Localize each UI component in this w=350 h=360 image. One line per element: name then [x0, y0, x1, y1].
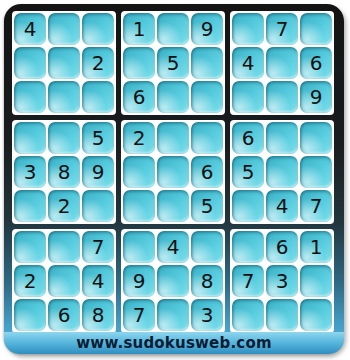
sudoku-cell[interactable]: [123, 156, 155, 188]
sudoku-cell[interactable]: [232, 231, 264, 263]
sudoku-cell[interactable]: [266, 81, 298, 113]
sudoku-cell[interactable]: [14, 299, 46, 331]
sudoku-cell[interactable]: [266, 299, 298, 331]
sudoku-cell[interactable]: [266, 122, 298, 154]
footer-band: www.sudokusweb.com: [4, 332, 344, 354]
sudoku-cell[interactable]: 7: [232, 265, 264, 297]
sudoku-cell[interactable]: 2: [14, 265, 46, 297]
sudoku-cell[interactable]: [48, 81, 80, 113]
sudoku-cell[interactable]: 4: [157, 231, 189, 263]
sudoku-cell[interactable]: 7: [300, 190, 332, 222]
sudoku-cell[interactable]: 2: [82, 47, 114, 79]
sudoku-cell[interactable]: [266, 47, 298, 79]
sudoku-cell[interactable]: [266, 156, 298, 188]
sudoku-cell[interactable]: [232, 299, 264, 331]
sudoku-box: 53892: [12, 120, 116, 224]
sudoku-board: 421956746953892265654772468498736173: [12, 11, 334, 333]
sudoku-cell[interactable]: 6: [123, 81, 155, 113]
sudoku-cell[interactable]: 4: [232, 47, 264, 79]
sudoku-box: 49873: [121, 229, 225, 333]
sudoku-cell[interactable]: [157, 190, 189, 222]
sudoku-cell[interactable]: 5: [82, 122, 114, 154]
sudoku-cell[interactable]: [191, 122, 223, 154]
sudoku-cell[interactable]: 9: [123, 265, 155, 297]
sudoku-cell[interactable]: 3: [14, 156, 46, 188]
sudoku-cell[interactable]: 7: [123, 299, 155, 331]
sudoku-cell[interactable]: [48, 13, 80, 45]
footer-link[interactable]: www.sudokusweb.com: [76, 334, 271, 352]
sudoku-cell[interactable]: 1: [123, 13, 155, 45]
sudoku-cell[interactable]: 2: [123, 122, 155, 154]
sudoku-cell[interactable]: [300, 299, 332, 331]
sudoku-cell[interactable]: [123, 190, 155, 222]
sudoku-cell[interactable]: [14, 47, 46, 79]
sudoku-cell[interactable]: [157, 81, 189, 113]
sudoku-cell[interactable]: 4: [266, 190, 298, 222]
sudoku-cell[interactable]: [82, 13, 114, 45]
sudoku-cell[interactable]: 3: [191, 299, 223, 331]
sudoku-box: 1956: [121, 11, 225, 115]
sudoku-cell[interactable]: [157, 122, 189, 154]
sudoku-cell[interactable]: [48, 47, 80, 79]
sudoku-cell[interactable]: [300, 265, 332, 297]
sudoku-box: 7469: [230, 11, 334, 115]
sudoku-cell[interactable]: 6: [48, 299, 80, 331]
sudoku-cell[interactable]: [48, 122, 80, 154]
sudoku-cell[interactable]: 5: [191, 190, 223, 222]
sudoku-cell[interactable]: 4: [14, 13, 46, 45]
sudoku-cell[interactable]: 1: [300, 231, 332, 263]
sudoku-box: 72468: [12, 229, 116, 333]
sudoku-cell[interactable]: 8: [48, 156, 80, 188]
sudoku-cell[interactable]: 6: [232, 122, 264, 154]
sudoku-cell[interactable]: 6: [191, 156, 223, 188]
sudoku-cell[interactable]: [82, 81, 114, 113]
sudoku-cell[interactable]: 5: [232, 156, 264, 188]
sudoku-cell[interactable]: [14, 81, 46, 113]
sudoku-box: 265: [121, 120, 225, 224]
sudoku-cell[interactable]: 6: [266, 231, 298, 263]
sudoku-cell[interactable]: [14, 231, 46, 263]
sudoku-cell[interactable]: 6: [300, 47, 332, 79]
sudoku-cell[interactable]: [14, 190, 46, 222]
sudoku-cell[interactable]: 9: [300, 81, 332, 113]
sudoku-cell[interactable]: [232, 81, 264, 113]
sudoku-cell[interactable]: [48, 231, 80, 263]
sudoku-cell[interactable]: 9: [82, 156, 114, 188]
sudoku-cell[interactable]: [191, 231, 223, 263]
sudoku-cell[interactable]: 7: [82, 231, 114, 263]
sudoku-cell[interactable]: 3: [266, 265, 298, 297]
sudoku-cell[interactable]: [14, 122, 46, 154]
sudoku-cell[interactable]: 8: [82, 299, 114, 331]
sudoku-cell[interactable]: [191, 81, 223, 113]
sudoku-cell[interactable]: [232, 13, 264, 45]
sudoku-cell[interactable]: [48, 265, 80, 297]
sudoku-cell[interactable]: [82, 190, 114, 222]
sudoku-cell[interactable]: [157, 265, 189, 297]
sudoku-cell[interactable]: 7: [266, 13, 298, 45]
sudoku-cell[interactable]: [123, 47, 155, 79]
sudoku-cell[interactable]: [191, 47, 223, 79]
sudoku-cell[interactable]: [300, 13, 332, 45]
sudoku-cell[interactable]: [300, 156, 332, 188]
sudoku-cell[interactable]: [157, 156, 189, 188]
sudoku-box: 6547: [230, 120, 334, 224]
sudoku-cell[interactable]: 2: [48, 190, 80, 222]
sudoku-cell[interactable]: [232, 190, 264, 222]
sudoku-cell[interactable]: [123, 231, 155, 263]
sudoku-cell[interactable]: [157, 13, 189, 45]
sudoku-cell[interactable]: [300, 122, 332, 154]
sudoku-box: 42: [12, 11, 116, 115]
sudoku-cell[interactable]: 5: [157, 47, 189, 79]
sudoku-cell[interactable]: [157, 299, 189, 331]
sudoku-cell[interactable]: 8: [191, 265, 223, 297]
sudoku-cell[interactable]: 4: [82, 265, 114, 297]
sudoku-cell[interactable]: 9: [191, 13, 223, 45]
sudoku-box: 6173: [230, 229, 334, 333]
board-frame: 421956746953892265654772468498736173 www…: [4, 4, 344, 354]
